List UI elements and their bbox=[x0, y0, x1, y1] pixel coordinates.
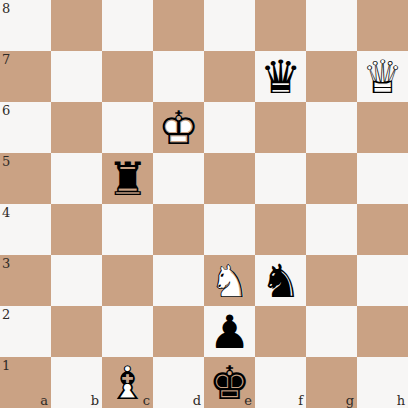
square-d2[interactable] bbox=[153, 306, 204, 357]
file-label-f: f bbox=[298, 393, 303, 408]
square-c5[interactable]: ♜ bbox=[102, 153, 153, 204]
piece-black-queen[interactable]: ♛ bbox=[255, 51, 306, 102]
rank-label-7: 7 bbox=[2, 52, 10, 67]
chess-board: 87♛♛♕6♚♔5♜43♞♘♞2♟1abc♝♗de♚fgh bbox=[0, 0, 408, 408]
square-d7[interactable] bbox=[153, 51, 204, 102]
square-b7[interactable] bbox=[51, 51, 102, 102]
square-c3[interactable] bbox=[102, 255, 153, 306]
square-f8[interactable] bbox=[255, 0, 306, 51]
piece-white-queen[interactable]: ♛♕ bbox=[357, 51, 408, 102]
square-e3[interactable]: ♞♘ bbox=[204, 255, 255, 306]
square-d8[interactable] bbox=[153, 0, 204, 51]
white-knight-outline-glyph: ♘ bbox=[209, 255, 250, 306]
square-h7[interactable]: ♛♕ bbox=[357, 51, 408, 102]
rank-label-8: 8 bbox=[2, 1, 10, 16]
square-f6[interactable] bbox=[255, 102, 306, 153]
black-queen-glyph: ♛ bbox=[260, 51, 301, 102]
square-g4[interactable] bbox=[306, 204, 357, 255]
square-a6[interactable]: 6 bbox=[0, 102, 51, 153]
file-label-g: g bbox=[346, 393, 354, 408]
black-pawn-glyph: ♟ bbox=[209, 306, 250, 357]
square-f2[interactable] bbox=[255, 306, 306, 357]
square-h8[interactable] bbox=[357, 0, 408, 51]
square-e8[interactable] bbox=[204, 0, 255, 51]
square-g7[interactable] bbox=[306, 51, 357, 102]
square-h3[interactable] bbox=[357, 255, 408, 306]
rank-label-5: 5 bbox=[2, 154, 10, 169]
square-f7[interactable]: ♛ bbox=[255, 51, 306, 102]
square-g5[interactable] bbox=[306, 153, 357, 204]
rank-label-2: 2 bbox=[2, 307, 10, 322]
square-b4[interactable] bbox=[51, 204, 102, 255]
rank-label-4: 4 bbox=[2, 205, 10, 220]
square-b1[interactable]: b bbox=[51, 357, 102, 408]
square-c2[interactable] bbox=[102, 306, 153, 357]
rank-label-1: 1 bbox=[2, 358, 10, 373]
square-b2[interactable] bbox=[51, 306, 102, 357]
square-f3[interactable]: ♞ bbox=[255, 255, 306, 306]
square-f4[interactable] bbox=[255, 204, 306, 255]
square-f1[interactable]: f bbox=[255, 357, 306, 408]
piece-black-rook[interactable]: ♜ bbox=[102, 153, 153, 204]
square-e1[interactable]: e♚ bbox=[204, 357, 255, 408]
square-b3[interactable] bbox=[51, 255, 102, 306]
square-d1[interactable]: d bbox=[153, 357, 204, 408]
square-d3[interactable] bbox=[153, 255, 204, 306]
square-a4[interactable]: 4 bbox=[0, 204, 51, 255]
rank-label-3: 3 bbox=[2, 256, 10, 271]
square-a1[interactable]: 1a bbox=[0, 357, 51, 408]
square-g1[interactable]: g bbox=[306, 357, 357, 408]
square-f5[interactable] bbox=[255, 153, 306, 204]
rank-label-6: 6 bbox=[2, 103, 10, 118]
square-c8[interactable] bbox=[102, 0, 153, 51]
file-label-h: h bbox=[397, 393, 405, 408]
square-e7[interactable] bbox=[204, 51, 255, 102]
file-label-e: e bbox=[244, 393, 252, 408]
square-e6[interactable] bbox=[204, 102, 255, 153]
file-label-d: d bbox=[193, 393, 201, 408]
square-e4[interactable] bbox=[204, 204, 255, 255]
black-knight-glyph: ♞ bbox=[260, 255, 301, 306]
square-g2[interactable] bbox=[306, 306, 357, 357]
square-c7[interactable] bbox=[102, 51, 153, 102]
square-c6[interactable] bbox=[102, 102, 153, 153]
square-a3[interactable]: 3 bbox=[0, 255, 51, 306]
square-g3[interactable] bbox=[306, 255, 357, 306]
square-g8[interactable] bbox=[306, 0, 357, 51]
piece-black-pawn[interactable]: ♟ bbox=[204, 306, 255, 357]
white-queen-outline-glyph: ♕ bbox=[362, 51, 403, 102]
square-h4[interactable] bbox=[357, 204, 408, 255]
square-e5[interactable] bbox=[204, 153, 255, 204]
piece-white-knight[interactable]: ♞♘ bbox=[204, 255, 255, 306]
white-king-outline-glyph: ♔ bbox=[158, 102, 199, 153]
square-h5[interactable] bbox=[357, 153, 408, 204]
square-h1[interactable]: h bbox=[357, 357, 408, 408]
square-a5[interactable]: 5 bbox=[0, 153, 51, 204]
piece-white-king[interactable]: ♚♔ bbox=[153, 102, 204, 153]
square-g6[interactable] bbox=[306, 102, 357, 153]
file-label-a: a bbox=[40, 393, 48, 408]
square-d6[interactable]: ♚♔ bbox=[153, 102, 204, 153]
square-a7[interactable]: 7 bbox=[0, 51, 51, 102]
square-d4[interactable] bbox=[153, 204, 204, 255]
file-label-c: c bbox=[143, 393, 150, 408]
piece-black-knight[interactable]: ♞ bbox=[255, 255, 306, 306]
square-a8[interactable]: 8 bbox=[0, 0, 51, 51]
square-h2[interactable] bbox=[357, 306, 408, 357]
square-c1[interactable]: c♝♗ bbox=[102, 357, 153, 408]
square-b6[interactable] bbox=[51, 102, 102, 153]
square-e2[interactable]: ♟ bbox=[204, 306, 255, 357]
square-h6[interactable] bbox=[357, 102, 408, 153]
black-rook-glyph: ♜ bbox=[107, 153, 148, 204]
square-c4[interactable] bbox=[102, 204, 153, 255]
square-b8[interactable] bbox=[51, 0, 102, 51]
square-b5[interactable] bbox=[51, 153, 102, 204]
square-a2[interactable]: 2 bbox=[0, 306, 51, 357]
file-label-b: b bbox=[91, 393, 99, 408]
square-d5[interactable] bbox=[153, 153, 204, 204]
